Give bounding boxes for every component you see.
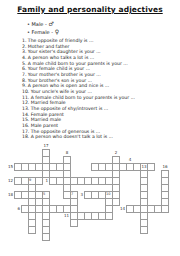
clue-number-label: 12	[8, 179, 13, 183]
clue-number-label: 4	[129, 158, 132, 162]
crossword-cell[interactable]	[42, 233, 50, 241]
clue-number-label: 2	[115, 151, 118, 155]
clue-number-label: 18	[8, 193, 13, 197]
clue-number-label: 7	[71, 192, 73, 196]
crossword-cell[interactable]	[147, 163, 155, 171]
crossword-cell[interactable]	[112, 198, 120, 206]
crossword-cell[interactable]	[35, 177, 43, 185]
clue-number-label: 8	[66, 151, 69, 155]
clue-number-label: 10	[106, 192, 110, 196]
clue-number-label: 1	[45, 179, 48, 183]
crossword-cell[interactable]	[105, 212, 113, 220]
clue-number-label: 13	[141, 165, 146, 169]
crossword-cell[interactable]	[28, 226, 36, 234]
crossword-grid: 178215413161219183571061411	[0, 0, 180, 256]
clue-number-label: 9	[29, 178, 31, 182]
crossword-cell[interactable]	[140, 226, 148, 234]
crossword-cell[interactable]	[161, 205, 169, 213]
clue-number-label: 6	[17, 207, 20, 211]
clue-number-label: 14	[120, 207, 125, 211]
worksheet-page: Family and personality adjectives • Male…	[0, 0, 180, 256]
clue-number-label: 16	[162, 165, 167, 169]
crossword-cell[interactable]	[70, 219, 78, 227]
clue-number-label: 5	[43, 192, 45, 196]
clue-number-label: 17	[43, 144, 48, 148]
clue-number-label: 11	[64, 214, 69, 218]
clue-number-label: 3	[80, 193, 83, 197]
clue-number-label: 15	[8, 165, 13, 169]
